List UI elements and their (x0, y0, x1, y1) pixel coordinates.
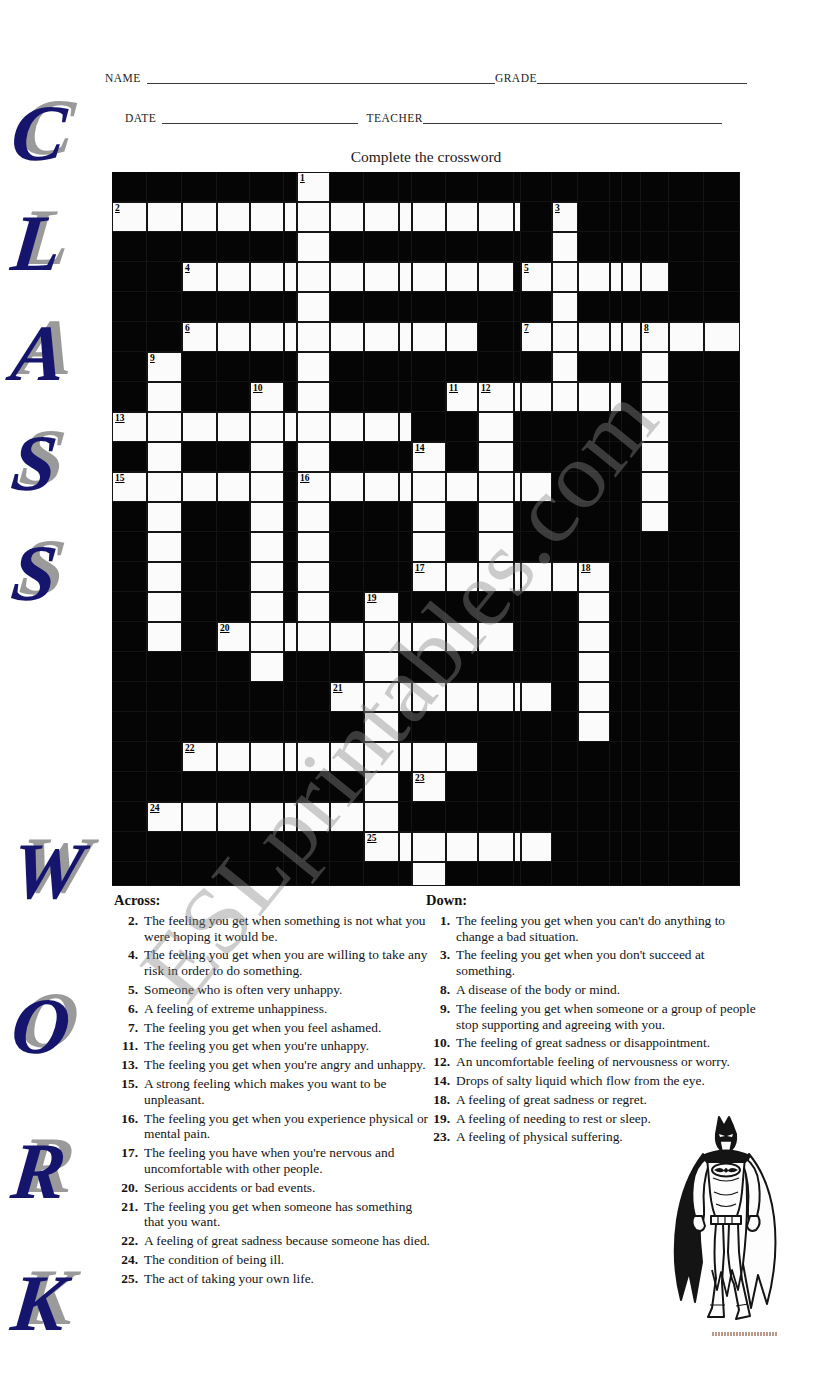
letter-cell[interactable] (412, 622, 446, 652)
letter-cell[interactable] (284, 322, 297, 352)
letter-cell[interactable] (446, 622, 478, 652)
letter-cell[interactable] (412, 682, 446, 712)
letter-cell[interactable] (412, 742, 446, 772)
letter-cell[interactable] (412, 202, 446, 232)
letter-cell[interactable]: 12 (478, 382, 514, 412)
blocked-cell (217, 832, 250, 862)
letter-cell[interactable] (446, 682, 478, 712)
letter-cell[interactable] (704, 322, 740, 352)
letter-cell[interactable] (364, 802, 399, 832)
letter-cell[interactable] (622, 262, 641, 292)
letter-cell[interactable] (364, 322, 399, 352)
letter-cell[interactable] (330, 802, 364, 832)
blocked-cell (478, 352, 514, 382)
letter-cell[interactable] (622, 322, 641, 352)
blocked-cell (578, 832, 610, 862)
letter-cell[interactable] (364, 682, 399, 712)
letter-cell[interactable] (399, 832, 412, 862)
clue-text: Serious accidents or bad events. (144, 1180, 432, 1196)
blocked-cell (182, 592, 217, 622)
letter-cell[interactable] (330, 202, 364, 232)
letter-cell[interactable]: 8 (641, 322, 669, 352)
letter-cell[interactable] (412, 832, 446, 862)
down-clues: Down: 1.The feeling you get when you can… (424, 893, 758, 1148)
blocked-cell (521, 532, 552, 562)
letter-cell[interactable] (412, 322, 446, 352)
clue-text: The feeling you get when you don't succe… (456, 947, 758, 979)
letter-cell[interactable] (641, 412, 669, 442)
blocked-cell (622, 532, 641, 562)
letter-cell[interactable] (250, 502, 284, 532)
letter-cell[interactable] (297, 352, 330, 382)
letter-cell[interactable] (521, 832, 552, 862)
clue-text: The feeling you get when you can't do an… (456, 913, 758, 945)
letter-cell[interactable] (147, 412, 182, 442)
blocked-cell (330, 532, 364, 562)
blocked-cell (478, 592, 514, 622)
date-fill-line (162, 110, 358, 124)
letter-cell[interactable] (669, 322, 704, 352)
letter-cell[interactable] (552, 232, 578, 262)
blocked-cell (364, 532, 399, 562)
letter-cell[interactable]: 5 (521, 262, 552, 292)
letter-cell[interactable] (514, 472, 521, 502)
letter-cell[interactable] (330, 322, 364, 352)
letter-cell[interactable] (250, 262, 284, 292)
letter-cell[interactable] (399, 472, 412, 502)
letter-cell[interactable] (147, 382, 182, 412)
letter-cell[interactable] (446, 742, 478, 772)
grid-clue-number: 25 (367, 833, 377, 844)
grade-fill-line (537, 70, 747, 84)
blocked-cell (112, 322, 147, 352)
letter-cell[interactable] (250, 622, 284, 652)
blocked-cell (641, 772, 669, 802)
blocked-cell (578, 742, 610, 772)
blocked-cell (147, 652, 182, 682)
letter-cell[interactable] (182, 202, 217, 232)
letter-cell[interactable] (641, 472, 669, 502)
letter-cell[interactable] (578, 322, 610, 352)
blocked-cell (284, 652, 297, 682)
blocked-cell (399, 562, 412, 592)
letter-cell[interactable] (610, 322, 622, 352)
letter-cell[interactable] (364, 262, 399, 292)
blocked-cell (446, 592, 478, 622)
letter-cell[interactable] (446, 322, 478, 352)
letter-cell[interactable] (250, 592, 284, 622)
blocked-cell (669, 622, 704, 652)
grid-clue-number: 8 (644, 323, 649, 334)
letter-cell[interactable] (552, 352, 578, 382)
letter-cell[interactable]: 23 (412, 772, 446, 802)
letter-cell[interactable] (578, 652, 610, 682)
blocked-cell (112, 232, 147, 262)
letter-cell[interactable] (297, 502, 330, 532)
blocked-cell (217, 862, 250, 886)
blocked-cell (399, 382, 412, 412)
letter-cell[interactable] (478, 832, 514, 862)
clue-number: 3. (424, 947, 450, 979)
clue-number: 8. (424, 982, 450, 998)
letter-cell[interactable] (364, 472, 399, 502)
letter-cell[interactable] (578, 382, 610, 412)
letter-cell[interactable] (446, 472, 478, 502)
blocked-cell (147, 772, 182, 802)
letter-cell[interactable] (478, 622, 514, 652)
blocked-cell (330, 502, 364, 532)
letter-cell[interactable] (284, 802, 297, 832)
blocked-cell (622, 652, 641, 682)
letter-cell[interactable]: 3 (552, 202, 578, 232)
letter-cell[interactable]: 14 (412, 442, 446, 472)
letter-cell[interactable] (578, 712, 610, 742)
letter-cell[interactable] (478, 442, 514, 472)
blocked-cell (112, 352, 147, 382)
letter-cell[interactable] (641, 262, 669, 292)
down-heading: Down: (426, 893, 758, 909)
blocked-cell (330, 292, 364, 322)
letter-cell[interactable]: 13 (112, 412, 147, 442)
letter-cell[interactable] (182, 412, 217, 442)
blocked-cell (622, 202, 641, 232)
letter-cell[interactable] (250, 412, 284, 442)
blocked-cell (446, 442, 478, 472)
blocked-cell (399, 802, 412, 832)
blocked-cell (364, 382, 399, 412)
letter-cell[interactable] (521, 382, 552, 412)
letter-cell[interactable] (217, 742, 250, 772)
blocked-cell (521, 802, 552, 832)
letter-cell[interactable] (412, 262, 446, 292)
letter-cell[interactable] (217, 322, 250, 352)
blocked-cell (704, 862, 740, 886)
letter-cell[interactable] (297, 622, 330, 652)
clue-number: 23. (424, 1129, 450, 1145)
letter-cell[interactable]: 1 (297, 172, 330, 202)
letter-cell[interactable] (514, 832, 521, 862)
letter-cell[interactable] (364, 712, 399, 742)
letter-cell[interactable]: 21 (330, 682, 364, 712)
blocked-cell (284, 292, 297, 322)
letter-cell[interactable] (399, 262, 412, 292)
blocked-cell (521, 502, 552, 532)
letter-cell[interactable] (217, 472, 250, 502)
letter-cell[interactable]: 15 (112, 472, 147, 502)
blocked-cell (412, 172, 446, 202)
blocked-cell (514, 442, 521, 472)
blocked-cell (669, 592, 704, 622)
blocked-cell (250, 232, 284, 262)
clue-item: 10.The feeling of great sadness or disap… (424, 1035, 758, 1051)
letter-cell[interactable] (446, 262, 478, 292)
blocked-cell (704, 652, 740, 682)
blocked-cell (514, 322, 521, 352)
letter-cell[interactable] (364, 772, 399, 802)
letter-cell[interactable] (514, 562, 521, 592)
letter-cell[interactable] (297, 292, 330, 322)
letter-cell[interactable]: 11 (446, 382, 478, 412)
letter-cell[interactable] (364, 742, 399, 772)
letter-cell[interactable] (250, 472, 284, 502)
letter-cell[interactable]: 20 (217, 622, 250, 652)
clue-number: 5. (112, 982, 138, 998)
letter-cell[interactable] (147, 532, 182, 562)
blocked-cell (446, 292, 478, 322)
letter-cell[interactable] (641, 382, 669, 412)
letter-cell[interactable] (297, 202, 330, 232)
blocked-cell (704, 502, 740, 532)
letter-cell[interactable] (182, 802, 217, 832)
letter-cell[interactable] (446, 832, 478, 862)
letter-cell[interactable] (399, 742, 412, 772)
letter-cell[interactable] (297, 742, 330, 772)
letter-cell[interactable] (552, 292, 578, 322)
letter-cell[interactable] (478, 472, 514, 502)
letter-cell[interactable]: 16 (297, 472, 330, 502)
letter-cell[interactable] (478, 262, 514, 292)
letter-cell[interactable] (521, 562, 552, 592)
letter-cell[interactable] (250, 202, 284, 232)
letter-cell[interactable] (578, 682, 610, 712)
letter-cell[interactable] (578, 262, 610, 292)
letter-cell[interactable] (147, 592, 182, 622)
letter-cell[interactable] (399, 622, 412, 652)
letter-cell[interactable] (297, 592, 330, 622)
blocked-cell (284, 592, 297, 622)
letter-cell[interactable] (250, 442, 284, 472)
grid-clue-number: 23 (415, 773, 425, 784)
grid-clue-number: 19 (367, 593, 377, 604)
letter-cell[interactable] (399, 322, 412, 352)
blocked-cell (552, 532, 578, 562)
letter-cell[interactable] (478, 412, 514, 442)
side-letter-l: L (7, 200, 96, 286)
blocked-cell (622, 352, 641, 382)
blocked-cell (182, 442, 217, 472)
blocked-cell (364, 502, 399, 532)
blocked-cell (610, 742, 622, 772)
letter-cell[interactable] (284, 622, 297, 652)
clue-text: The feeling you get when you're angry an… (144, 1057, 432, 1073)
letter-cell[interactable]: 10 (250, 382, 284, 412)
letter-cell[interactable]: 22 (182, 742, 217, 772)
letter-cell[interactable] (412, 502, 446, 532)
blocked-cell (704, 832, 740, 862)
letter-cell[interactable] (182, 472, 217, 502)
blocked-cell (446, 802, 478, 832)
letter-cell[interactable] (284, 742, 297, 772)
letter-cell[interactable] (147, 502, 182, 532)
blocked-cell (250, 352, 284, 382)
letter-cell[interactable]: 18 (578, 562, 610, 592)
letter-cell[interactable] (217, 412, 250, 442)
letter-cell[interactable] (297, 442, 330, 472)
blocked-cell (330, 712, 364, 742)
letter-cell[interactable]: 6 (182, 322, 217, 352)
blocked-cell (704, 772, 740, 802)
letter-cell[interactable] (446, 202, 478, 232)
clue-item: 8.A disease of the body or mind. (424, 982, 758, 998)
clue-text: The feeling you get when someone has som… (144, 1199, 432, 1231)
letter-cell[interactable] (552, 382, 578, 412)
letter-cell[interactable] (217, 262, 250, 292)
blocked-cell (399, 532, 412, 562)
letter-cell[interactable] (297, 382, 330, 412)
letter-cell[interactable] (330, 742, 364, 772)
blocked-cell (669, 832, 704, 862)
clue-number: 20. (112, 1180, 138, 1196)
letter-cell[interactable] (514, 382, 521, 412)
blocked-cell (610, 622, 622, 652)
letter-cell[interactable] (552, 262, 578, 292)
letter-cell[interactable] (478, 562, 514, 592)
letter-cell[interactable] (412, 862, 446, 886)
letter-cell[interactable] (250, 742, 284, 772)
letter-cell[interactable] (412, 472, 446, 502)
letter-cell[interactable] (330, 472, 364, 502)
letter-cell[interactable] (514, 202, 521, 232)
letter-cell[interactable] (330, 262, 364, 292)
letter-cell[interactable] (514, 682, 521, 712)
letter-cell[interactable] (147, 562, 182, 592)
letter-cell[interactable] (217, 202, 250, 232)
letter-cell[interactable] (297, 802, 330, 832)
blocked-cell (478, 802, 514, 832)
letter-cell[interactable] (552, 322, 578, 352)
blocked-cell (669, 742, 704, 772)
clue-item: 11.The feeling you get when you're unhap… (112, 1038, 432, 1054)
letter-cell[interactable] (364, 652, 399, 682)
letter-cell[interactable] (284, 202, 297, 232)
letter-cell[interactable] (147, 472, 182, 502)
letter-cell[interactable] (330, 622, 364, 652)
blocked-cell (182, 682, 217, 712)
letter-cell[interactable] (641, 442, 669, 472)
letter-cell[interactable] (364, 412, 399, 442)
letter-cell[interactable]: 19 (364, 592, 399, 622)
blocked-cell (578, 772, 610, 802)
clue-number: 9. (424, 1001, 450, 1033)
letter-cell[interactable] (610, 382, 622, 412)
blocked-cell (552, 772, 578, 802)
blocked-cell (514, 352, 521, 382)
letter-cell[interactable] (399, 202, 412, 232)
blocked-cell (217, 442, 250, 472)
letter-cell[interactable] (521, 682, 552, 712)
letter-cell[interactable] (330, 412, 364, 442)
letter-cell[interactable] (297, 232, 330, 262)
clue-item: 12.An uncomfortable feeling of nervousne… (424, 1054, 758, 1070)
blocked-cell (552, 712, 578, 742)
blocked-cell (364, 292, 399, 322)
letter-cell[interactable] (446, 562, 478, 592)
blocked-cell (446, 412, 478, 442)
letter-cell[interactable] (284, 262, 297, 292)
letter-cell[interactable] (250, 652, 284, 682)
letter-cell[interactable] (552, 562, 578, 592)
letter-cell[interactable] (217, 802, 250, 832)
letter-cell[interactable] (147, 202, 182, 232)
letter-cell[interactable] (610, 262, 622, 292)
side-letter-s: S (7, 420, 96, 506)
letter-cell[interactable] (399, 412, 412, 442)
letter-cell[interactable] (641, 502, 669, 532)
blocked-cell (112, 682, 147, 712)
clue-item: 15.A strong feeling which makes you want… (112, 1076, 432, 1108)
letter-cell[interactable] (250, 322, 284, 352)
letter-cell[interactable] (297, 562, 330, 592)
letter-cell[interactable] (250, 562, 284, 592)
blocked-cell (112, 742, 147, 772)
blocked-cell (578, 352, 610, 382)
blocked-cell (514, 172, 521, 202)
letter-cell[interactable] (412, 532, 446, 562)
letter-cell[interactable] (399, 682, 412, 712)
letter-cell[interactable] (284, 412, 297, 442)
blocked-cell (399, 652, 412, 682)
letter-cell[interactable] (297, 412, 330, 442)
letter-cell[interactable] (478, 532, 514, 562)
blocked-cell (704, 682, 740, 712)
letter-cell[interactable]: 24 (147, 802, 182, 832)
blocked-cell (641, 832, 669, 862)
letter-cell[interactable] (297, 322, 330, 352)
letter-cell[interactable] (147, 442, 182, 472)
letter-cell[interactable] (297, 262, 330, 292)
blocked-cell (446, 772, 478, 802)
grade-label: GRADE (495, 72, 537, 84)
blocked-cell (578, 412, 610, 442)
letter-cell[interactable] (250, 802, 284, 832)
letter-cell[interactable]: 4 (182, 262, 217, 292)
letter-cell[interactable] (478, 202, 514, 232)
blocked-cell (521, 742, 552, 772)
blocked-cell (622, 502, 641, 532)
clue-number: 14. (424, 1073, 450, 1089)
blocked-cell (217, 502, 250, 532)
letter-cell[interactable] (521, 472, 552, 502)
letter-cell[interactable]: 9 (147, 352, 182, 382)
letter-cell[interactable] (364, 202, 399, 232)
letter-cell[interactable]: 2 (112, 202, 147, 232)
letter-cell[interactable]: 17 (412, 562, 446, 592)
letter-cell[interactable]: 25 (364, 832, 399, 862)
clue-item: 16.The feeling you get when you experien… (112, 1111, 432, 1143)
letter-cell[interactable] (250, 532, 284, 562)
blocked-cell (669, 772, 704, 802)
grid-clue-number: 10 (253, 383, 263, 394)
letter-cell[interactable] (478, 682, 514, 712)
clue-item: 21.The feeling you get when someone has … (112, 1199, 432, 1231)
letter-cell[interactable]: 7 (521, 322, 552, 352)
letter-cell[interactable] (364, 622, 399, 652)
letter-cell[interactable] (297, 532, 330, 562)
letter-cell[interactable] (578, 592, 610, 622)
clue-number: 18. (424, 1092, 450, 1108)
letter-cell[interactable] (147, 622, 182, 652)
letter-cell[interactable] (578, 622, 610, 652)
blocked-cell (250, 292, 284, 322)
letter-cell[interactable] (478, 502, 514, 532)
blocked-cell (217, 382, 250, 412)
blocked-cell (112, 622, 147, 652)
blocked-cell (521, 652, 552, 682)
blocked-cell (514, 712, 521, 742)
blocked-cell (182, 292, 217, 322)
letter-cell[interactable] (641, 352, 669, 382)
blocked-cell (669, 442, 704, 472)
